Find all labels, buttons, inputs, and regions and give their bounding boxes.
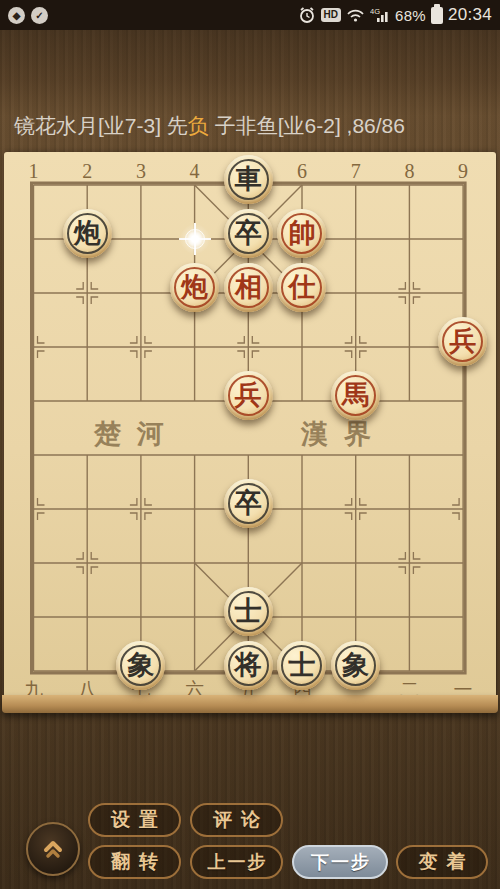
xiangqi-replay-screen: { "game": "xiangqi", "status_bar": { "ti… — [0, 0, 500, 889]
board-edge-bevel — [2, 695, 498, 713]
battery-icon — [431, 7, 443, 24]
piece-glyph: 仕 — [288, 274, 315, 301]
piece-red-soldier[interactable]: 兵 — [438, 317, 487, 366]
expand-menu-button[interactable] — [26, 822, 80, 876]
piece-glyph: 卒 — [235, 490, 262, 517]
next-move-button[interactable]: 下一步 — [292, 845, 388, 879]
piece-black-advisor[interactable]: 士 — [277, 641, 326, 690]
piece-glyph: 象 — [127, 652, 154, 679]
piece-red-elephant[interactable]: 相 — [224, 263, 273, 312]
pieces-layer: 車炮卒帥炮相仕兵兵馬卒士象将士象 — [7, 152, 490, 692]
match-title: 镜花水月[业7-3] 先负 子非鱼[业6-2] ,86/86 — [0, 104, 500, 148]
status-bar: ◆ ✓ HD 4G 68% 20:34 — [0, 0, 500, 30]
flip-board-button[interactable]: 翻转 — [88, 845, 181, 879]
xiangqi-board[interactable]: 123456789九八七六五四三二一楚河漢界 車炮卒帥炮相仕兵兵馬卒士象将士象 — [0, 152, 500, 713]
piece-glyph: 卒 — [235, 220, 262, 247]
piece-red-advisor[interactable]: 仕 — [277, 263, 326, 312]
piece-glyph: 兵 — [235, 382, 262, 409]
piece-glyph: 炮 — [74, 220, 101, 247]
comments-button[interactable]: 评论 — [190, 803, 283, 837]
piece-glyph: 兵 — [449, 328, 476, 355]
piece-black-general[interactable]: 将 — [224, 641, 273, 690]
piece-glyph: 帥 — [288, 220, 315, 247]
piece-glyph: 相 — [235, 274, 262, 301]
piece-red-general[interactable]: 帥 — [277, 209, 326, 258]
svg-text:4G: 4G — [370, 7, 380, 16]
piece-black-cannon[interactable]: 炮 — [63, 209, 112, 258]
notification-icons: ◆ ✓ — [8, 7, 48, 24]
piece-glyph: 車 — [235, 166, 262, 193]
clock-time: 20:34 — [448, 5, 492, 25]
piece-black-chariot[interactable]: 車 — [224, 155, 273, 204]
piece-glyph: 将 — [235, 652, 262, 679]
sync-check-icon: ✓ — [31, 7, 48, 24]
piece-black-elephant[interactable]: 象 — [331, 641, 380, 690]
player-black-name: 子非鱼[业6-2] ,86/86 — [209, 112, 405, 140]
app-notification-icon: ◆ — [8, 7, 25, 24]
piece-black-soldier[interactable]: 卒 — [224, 209, 273, 258]
piece-glyph: 士 — [288, 652, 315, 679]
piece-black-soldier[interactable]: 卒 — [224, 479, 273, 528]
piece-glyph: 炮 — [181, 274, 208, 301]
piece-red-cannon[interactable]: 炮 — [170, 263, 219, 312]
settings-button[interactable]: 设置 — [88, 803, 181, 837]
piece-black-advisor[interactable]: 士 — [224, 587, 273, 636]
piece-red-soldier[interactable]: 兵 — [224, 371, 273, 420]
piece-glyph: 象 — [342, 652, 369, 679]
alarm-icon — [298, 6, 316, 24]
prev-move-button[interactable]: 上一步 — [190, 845, 283, 879]
battery-percent: 68% — [395, 7, 426, 24]
player-red-name: 镜花水月[业7-3] 先 — [14, 112, 188, 140]
piece-black-elephant[interactable]: 象 — [116, 641, 165, 690]
match-result: 负 — [188, 112, 209, 140]
signal-icon: 4G — [370, 7, 390, 23]
piece-glyph: 馬 — [342, 382, 369, 409]
hd-badge: HD — [321, 8, 341, 22]
chevron-up-icon — [37, 833, 69, 865]
piece-red-horse[interactable]: 馬 — [331, 371, 380, 420]
variation-button[interactable]: 变着 — [396, 845, 488, 879]
wifi-icon — [346, 8, 365, 23]
piece-glyph: 士 — [235, 598, 262, 625]
